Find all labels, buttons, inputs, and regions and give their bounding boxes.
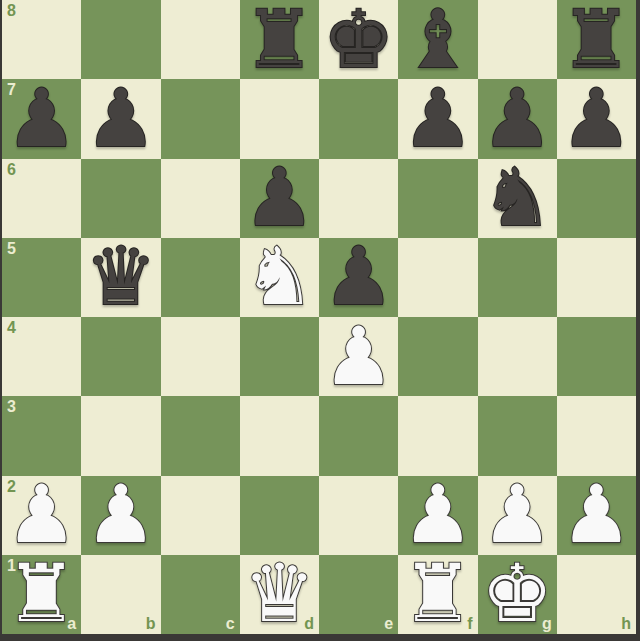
square-d7[interactable] bbox=[240, 79, 319, 158]
square-b7[interactable]: ♟ bbox=[81, 79, 160, 158]
board-frame: 8♜♚♝♜7♟♟♟♟♟6♟♞5♛♞♟4♟32♟♟♟♟♟1a♜bcd♛ef♜g♚h bbox=[0, 0, 640, 641]
square-f2[interactable]: ♟ bbox=[398, 476, 477, 555]
square-c6[interactable] bbox=[161, 159, 240, 238]
square-d4[interactable] bbox=[240, 317, 319, 396]
file-label-b: b bbox=[146, 616, 156, 632]
square-a1[interactable]: 1a♜ bbox=[2, 555, 81, 634]
square-h6[interactable] bbox=[557, 159, 636, 238]
square-b2[interactable]: ♟ bbox=[81, 476, 160, 555]
piece-white-pawn-e4[interactable]: ♟ bbox=[319, 317, 398, 396]
square-h4[interactable] bbox=[557, 317, 636, 396]
square-d5[interactable]: ♞ bbox=[240, 238, 319, 317]
piece-white-pawn-h2[interactable]: ♟ bbox=[557, 476, 636, 555]
piece-black-pawn-b7[interactable]: ♟ bbox=[81, 79, 160, 158]
square-g5[interactable] bbox=[478, 238, 557, 317]
rank-label-6: 6 bbox=[7, 162, 16, 178]
square-c4[interactable] bbox=[161, 317, 240, 396]
square-a2[interactable]: 2♟ bbox=[2, 476, 81, 555]
piece-white-knight-d5[interactable]: ♞ bbox=[240, 238, 319, 317]
chess-board[interactable]: 8♜♚♝♜7♟♟♟♟♟6♟♞5♛♞♟4♟32♟♟♟♟♟1a♜bcd♛ef♜g♚h bbox=[2, 0, 636, 634]
square-e8[interactable]: ♚ bbox=[319, 0, 398, 79]
piece-white-king-g1[interactable]: ♚ bbox=[478, 555, 557, 634]
square-g8[interactable] bbox=[478, 0, 557, 79]
square-e2[interactable] bbox=[319, 476, 398, 555]
piece-black-pawn-e5[interactable]: ♟ bbox=[319, 238, 398, 317]
square-f6[interactable] bbox=[398, 159, 477, 238]
square-b6[interactable] bbox=[81, 159, 160, 238]
square-a3[interactable]: 3 bbox=[2, 396, 81, 475]
square-c7[interactable] bbox=[161, 79, 240, 158]
square-b4[interactable] bbox=[81, 317, 160, 396]
file-label-e: e bbox=[384, 616, 393, 632]
piece-black-pawn-a7[interactable]: ♟ bbox=[2, 79, 81, 158]
square-d6[interactable]: ♟ bbox=[240, 159, 319, 238]
square-a8[interactable]: 8 bbox=[2, 0, 81, 79]
piece-black-pawn-h7[interactable]: ♟ bbox=[557, 79, 636, 158]
square-e5[interactable]: ♟ bbox=[319, 238, 398, 317]
rank-label-5: 5 bbox=[7, 241, 16, 257]
square-f5[interactable] bbox=[398, 238, 477, 317]
square-c2[interactable] bbox=[161, 476, 240, 555]
square-f7[interactable]: ♟ bbox=[398, 79, 477, 158]
square-e3[interactable] bbox=[319, 396, 398, 475]
square-e1[interactable]: e bbox=[319, 555, 398, 634]
piece-white-rook-a1[interactable]: ♜ bbox=[2, 555, 81, 634]
square-g3[interactable] bbox=[478, 396, 557, 475]
square-f1[interactable]: f♜ bbox=[398, 555, 477, 634]
piece-white-pawn-a2[interactable]: ♟ bbox=[2, 476, 81, 555]
piece-black-pawn-d6[interactable]: ♟ bbox=[240, 159, 319, 238]
piece-black-queen-b5[interactable]: ♛ bbox=[81, 238, 160, 317]
square-h5[interactable] bbox=[557, 238, 636, 317]
rank-label-3: 3 bbox=[7, 399, 16, 415]
square-b1[interactable]: b bbox=[81, 555, 160, 634]
square-h1[interactable]: h bbox=[557, 555, 636, 634]
square-d2[interactable] bbox=[240, 476, 319, 555]
square-b5[interactable]: ♛ bbox=[81, 238, 160, 317]
square-f8[interactable]: ♝ bbox=[398, 0, 477, 79]
piece-white-queen-d1[interactable]: ♛ bbox=[240, 555, 319, 634]
square-h7[interactable]: ♟ bbox=[557, 79, 636, 158]
square-c8[interactable] bbox=[161, 0, 240, 79]
square-f3[interactable] bbox=[398, 396, 477, 475]
piece-white-pawn-f2[interactable]: ♟ bbox=[398, 476, 477, 555]
rank-label-4: 4 bbox=[7, 320, 16, 336]
square-g6[interactable]: ♞ bbox=[478, 159, 557, 238]
piece-black-bishop-f8[interactable]: ♝ bbox=[398, 0, 477, 79]
square-h8[interactable]: ♜ bbox=[557, 0, 636, 79]
piece-white-pawn-g2[interactable]: ♟ bbox=[478, 476, 557, 555]
square-d8[interactable]: ♜ bbox=[240, 0, 319, 79]
square-g7[interactable]: ♟ bbox=[478, 79, 557, 158]
file-label-h: h bbox=[621, 616, 631, 632]
square-h2[interactable]: ♟ bbox=[557, 476, 636, 555]
piece-white-rook-f1[interactable]: ♜ bbox=[398, 555, 477, 634]
piece-black-king-e8[interactable]: ♚ bbox=[319, 0, 398, 79]
square-a7[interactable]: 7♟ bbox=[2, 79, 81, 158]
square-e7[interactable] bbox=[319, 79, 398, 158]
piece-white-pawn-b2[interactable]: ♟ bbox=[81, 476, 160, 555]
square-b3[interactable] bbox=[81, 396, 160, 475]
square-d3[interactable] bbox=[240, 396, 319, 475]
square-d1[interactable]: d♛ bbox=[240, 555, 319, 634]
square-c1[interactable]: c bbox=[161, 555, 240, 634]
piece-black-rook-h8[interactable]: ♜ bbox=[557, 0, 636, 79]
square-c3[interactable] bbox=[161, 396, 240, 475]
square-b8[interactable] bbox=[81, 0, 160, 79]
square-f4[interactable] bbox=[398, 317, 477, 396]
square-e6[interactable] bbox=[319, 159, 398, 238]
square-c5[interactable] bbox=[161, 238, 240, 317]
piece-black-pawn-f7[interactable]: ♟ bbox=[398, 79, 477, 158]
square-a6[interactable]: 6 bbox=[2, 159, 81, 238]
square-g2[interactable]: ♟ bbox=[478, 476, 557, 555]
square-h3[interactable] bbox=[557, 396, 636, 475]
rank-label-8: 8 bbox=[7, 3, 16, 19]
square-a5[interactable]: 5 bbox=[2, 238, 81, 317]
square-e4[interactable]: ♟ bbox=[319, 317, 398, 396]
square-a4[interactable]: 4 bbox=[2, 317, 81, 396]
piece-black-knight-g6[interactable]: ♞ bbox=[478, 159, 557, 238]
piece-black-rook-d8[interactable]: ♜ bbox=[240, 0, 319, 79]
square-g4[interactable] bbox=[478, 317, 557, 396]
square-g1[interactable]: g♚ bbox=[478, 555, 557, 634]
file-label-c: c bbox=[226, 616, 235, 632]
piece-black-pawn-g7[interactable]: ♟ bbox=[478, 79, 557, 158]
